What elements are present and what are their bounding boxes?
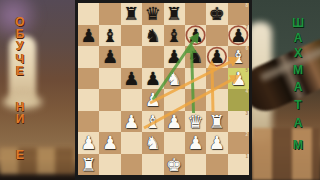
title-letter: М <box>290 139 306 151</box>
arrow-orange-d3-h5 <box>144 78 235 128</box>
title-letter: Е <box>12 65 28 77</box>
title-letter: А <box>290 117 306 129</box>
title-letter: М <box>290 64 306 76</box>
title-letter: А <box>290 81 306 93</box>
title-letter: И <box>12 113 28 125</box>
chess-board-frame: 87654321♜♛♜♚♟♝♞♝♟♟♟♟♞♟♝♟♟♞♟♟♟♝♟♛♜♟♟♞♟♟♜♚ <box>75 0 252 180</box>
title-letter: Х <box>290 47 306 59</box>
title-letter: Е <box>12 149 28 161</box>
title-right-vertical: ШАХМАТАМ <box>290 0 306 180</box>
weakness-circle-f7 <box>186 26 204 44</box>
video-thumbnail: ОБУЧЕНИЕ ШАХМАТАМ 87654321♜♛♜♚♟♝♞♝♟♟♟♟♞♟… <box>0 0 320 180</box>
title-left-vertical: ОБУЧЕНИЕ <box>12 0 28 180</box>
blurred-wooden-board <box>252 128 320 180</box>
title-letter: А <box>290 32 306 44</box>
title-letter: Ш <box>290 17 306 29</box>
title-letter: Т <box>290 99 306 111</box>
weakness-circle-g6 <box>208 48 226 66</box>
annotations-overlay <box>78 3 249 175</box>
title-letter: У <box>12 40 28 52</box>
weakness-circle-h7 <box>229 26 247 44</box>
background-right-photo <box>252 0 320 180</box>
